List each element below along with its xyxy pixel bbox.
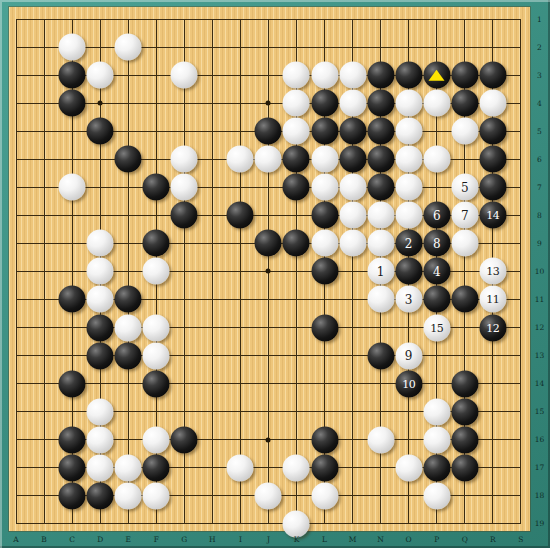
intersection-H12[interactable]: [198, 314, 226, 342]
intersection-R4[interactable]: [479, 89, 507, 117]
intersection-J9[interactable]: [254, 229, 282, 257]
intersection-P13[interactable]: [423, 342, 451, 370]
intersection-P8[interactable]: 6: [423, 201, 451, 229]
intersection-R5[interactable]: [479, 117, 507, 145]
intersection-M4[interactable]: [339, 89, 367, 117]
intersection-O7[interactable]: [395, 173, 423, 201]
intersection-O11[interactable]: 3: [395, 285, 423, 313]
intersection-M18[interactable]: [339, 482, 367, 510]
intersection-L4[interactable]: [311, 89, 339, 117]
intersection-M2[interactable]: [339, 33, 367, 61]
intersection-R14[interactable]: [479, 370, 507, 398]
intersection-F17[interactable]: [142, 454, 170, 482]
intersection-J7[interactable]: [254, 173, 282, 201]
intersection-J1[interactable]: [254, 5, 282, 33]
intersection-E12[interactable]: [114, 314, 142, 342]
intersection-P11[interactable]: [423, 285, 451, 313]
intersection-M3[interactable]: [339, 61, 367, 89]
intersection-E10[interactable]: [114, 257, 142, 285]
intersection-B1[interactable]: [30, 5, 58, 33]
intersection-L13[interactable]: [311, 342, 339, 370]
intersection-I19[interactable]: [226, 510, 254, 538]
intersection-H14[interactable]: [198, 370, 226, 398]
intersection-I12[interactable]: [226, 314, 254, 342]
intersection-M17[interactable]: [339, 454, 367, 482]
intersection-H19[interactable]: [198, 510, 226, 538]
intersection-M9[interactable]: [339, 229, 367, 257]
intersection-J8[interactable]: [254, 201, 282, 229]
intersection-K14[interactable]: [282, 370, 310, 398]
intersection-S6[interactable]: [507, 145, 535, 173]
intersection-R18[interactable]: [479, 482, 507, 510]
intersection-S18[interactable]: [507, 482, 535, 510]
intersection-P18[interactable]: [423, 482, 451, 510]
intersection-K15[interactable]: [282, 398, 310, 426]
intersection-M6[interactable]: [339, 145, 367, 173]
intersection-G7[interactable]: [170, 173, 198, 201]
intersection-C1[interactable]: [58, 5, 86, 33]
intersection-C15[interactable]: [58, 398, 86, 426]
intersection-F3[interactable]: [142, 61, 170, 89]
intersection-G17[interactable]: [170, 454, 198, 482]
intersection-E18[interactable]: [114, 482, 142, 510]
intersection-A3[interactable]: [2, 61, 30, 89]
intersection-N12[interactable]: [367, 314, 395, 342]
intersection-E19[interactable]: [114, 510, 142, 538]
intersection-K13[interactable]: [282, 342, 310, 370]
intersection-R19[interactable]: [479, 510, 507, 538]
intersection-F8[interactable]: [142, 201, 170, 229]
intersection-R13[interactable]: [479, 342, 507, 370]
intersection-H5[interactable]: [198, 117, 226, 145]
intersection-E7[interactable]: [114, 173, 142, 201]
intersection-R9[interactable]: [479, 229, 507, 257]
intersection-L11[interactable]: [311, 285, 339, 313]
intersection-C17[interactable]: [58, 454, 86, 482]
intersection-F19[interactable]: [142, 510, 170, 538]
intersection-O9[interactable]: 2: [395, 229, 423, 257]
intersection-I17[interactable]: [226, 454, 254, 482]
intersection-C2[interactable]: [58, 33, 86, 61]
intersection-S1[interactable]: [507, 5, 535, 33]
intersection-D8[interactable]: [86, 201, 114, 229]
intersection-Q9[interactable]: [451, 229, 479, 257]
intersection-B3[interactable]: [30, 61, 58, 89]
intersection-P10[interactable]: 4: [423, 257, 451, 285]
intersection-N13[interactable]: [367, 342, 395, 370]
intersection-D11[interactable]: [86, 285, 114, 313]
intersection-J11[interactable]: [254, 285, 282, 313]
intersection-E5[interactable]: [114, 117, 142, 145]
intersection-Q14[interactable]: [451, 370, 479, 398]
intersection-R3[interactable]: [479, 61, 507, 89]
intersection-J15[interactable]: [254, 398, 282, 426]
intersection-O10[interactable]: [395, 257, 423, 285]
intersection-O4[interactable]: [395, 89, 423, 117]
intersection-D15[interactable]: [86, 398, 114, 426]
intersection-J10[interactable]: [254, 257, 282, 285]
intersection-S2[interactable]: [507, 33, 535, 61]
intersection-D9[interactable]: [86, 229, 114, 257]
intersection-M16[interactable]: [339, 426, 367, 454]
intersection-Q4[interactable]: [451, 89, 479, 117]
intersection-Q13[interactable]: [451, 342, 479, 370]
intersection-C3[interactable]: [58, 61, 86, 89]
intersection-I15[interactable]: [226, 398, 254, 426]
intersection-Q18[interactable]: [451, 482, 479, 510]
intersection-M15[interactable]: [339, 398, 367, 426]
intersection-B17[interactable]: [30, 454, 58, 482]
intersection-O6[interactable]: [395, 145, 423, 173]
intersection-K18[interactable]: [282, 482, 310, 510]
intersection-L7[interactable]: [311, 173, 339, 201]
intersection-I2[interactable]: [226, 33, 254, 61]
intersection-P14[interactable]: [423, 370, 451, 398]
intersection-R12[interactable]: 12: [479, 314, 507, 342]
intersection-F10[interactable]: [142, 257, 170, 285]
intersection-A2[interactable]: [2, 33, 30, 61]
intersection-B19[interactable]: [30, 510, 58, 538]
intersection-Q16[interactable]: [451, 426, 479, 454]
intersection-H4[interactable]: [198, 89, 226, 117]
intersection-B10[interactable]: [30, 257, 58, 285]
intersection-R16[interactable]: [479, 426, 507, 454]
intersection-S10[interactable]: [507, 257, 535, 285]
intersection-D12[interactable]: [86, 314, 114, 342]
intersection-B11[interactable]: [30, 285, 58, 313]
intersection-H17[interactable]: [198, 454, 226, 482]
intersection-D7[interactable]: [86, 173, 114, 201]
intersection-F11[interactable]: [142, 285, 170, 313]
intersection-O14[interactable]: 10: [395, 370, 423, 398]
intersection-A8[interactable]: [2, 201, 30, 229]
intersection-C7[interactable]: [58, 173, 86, 201]
intersection-G4[interactable]: [170, 89, 198, 117]
intersection-P12[interactable]: 15: [423, 314, 451, 342]
intersection-K9[interactable]: [282, 229, 310, 257]
intersection-O2[interactable]: [395, 33, 423, 61]
intersection-G10[interactable]: [170, 257, 198, 285]
intersection-E9[interactable]: [114, 229, 142, 257]
intersection-K3[interactable]: [282, 61, 310, 89]
intersection-I6[interactable]: [226, 145, 254, 173]
intersection-L1[interactable]: [311, 5, 339, 33]
intersection-N19[interactable]: [367, 510, 395, 538]
intersection-J6[interactable]: [254, 145, 282, 173]
intersection-I16[interactable]: [226, 426, 254, 454]
intersection-F18[interactable]: [142, 482, 170, 510]
intersection-Q8[interactable]: 7: [451, 201, 479, 229]
intersection-J2[interactable]: [254, 33, 282, 61]
intersection-B9[interactable]: [30, 229, 58, 257]
intersection-A6[interactable]: [2, 145, 30, 173]
intersection-E11[interactable]: [114, 285, 142, 313]
intersection-D13[interactable]: [86, 342, 114, 370]
intersection-K5[interactable]: [282, 117, 310, 145]
intersection-N11[interactable]: [367, 285, 395, 313]
intersection-F6[interactable]: [142, 145, 170, 173]
intersection-L16[interactable]: [311, 426, 339, 454]
intersection-G5[interactable]: [170, 117, 198, 145]
intersection-A14[interactable]: [2, 370, 30, 398]
intersection-S3[interactable]: [507, 61, 535, 89]
intersection-K17[interactable]: [282, 454, 310, 482]
intersection-C4[interactable]: [58, 89, 86, 117]
intersection-N3[interactable]: [367, 61, 395, 89]
intersection-G6[interactable]: [170, 145, 198, 173]
intersection-R2[interactable]: [479, 33, 507, 61]
intersection-A9[interactable]: [2, 229, 30, 257]
intersection-D19[interactable]: [86, 510, 114, 538]
intersection-G16[interactable]: [170, 426, 198, 454]
intersection-N7[interactable]: [367, 173, 395, 201]
intersection-S19[interactable]: [507, 510, 535, 538]
intersection-A19[interactable]: [2, 510, 30, 538]
intersection-E1[interactable]: [114, 5, 142, 33]
intersection-M13[interactable]: [339, 342, 367, 370]
intersection-H15[interactable]: [198, 398, 226, 426]
intersection-H11[interactable]: [198, 285, 226, 313]
intersection-A10[interactable]: [2, 257, 30, 285]
intersection-J14[interactable]: [254, 370, 282, 398]
intersection-F4[interactable]: [142, 89, 170, 117]
intersection-R8[interactable]: 14: [479, 201, 507, 229]
intersection-L6[interactable]: [311, 145, 339, 173]
intersection-K6[interactable]: [282, 145, 310, 173]
intersection-R1[interactable]: [479, 5, 507, 33]
intersection-L10[interactable]: [311, 257, 339, 285]
intersection-E2[interactable]: [114, 33, 142, 61]
intersection-P5[interactable]: [423, 117, 451, 145]
intersection-D3[interactable]: [86, 61, 114, 89]
intersection-M5[interactable]: [339, 117, 367, 145]
intersection-S16[interactable]: [507, 426, 535, 454]
intersection-P15[interactable]: [423, 398, 451, 426]
intersection-N16[interactable]: [367, 426, 395, 454]
intersection-C10[interactable]: [58, 257, 86, 285]
intersection-S15[interactable]: [507, 398, 535, 426]
intersection-S13[interactable]: [507, 342, 535, 370]
intersection-N15[interactable]: [367, 398, 395, 426]
intersection-K7[interactable]: [282, 173, 310, 201]
intersection-Q10[interactable]: [451, 257, 479, 285]
intersection-L14[interactable]: [311, 370, 339, 398]
intersection-M1[interactable]: [339, 5, 367, 33]
intersection-D18[interactable]: [86, 482, 114, 510]
intersection-S8[interactable]: [507, 201, 535, 229]
intersection-D14[interactable]: [86, 370, 114, 398]
intersection-C6[interactable]: [58, 145, 86, 173]
intersection-S9[interactable]: [507, 229, 535, 257]
intersection-P9[interactable]: 8: [423, 229, 451, 257]
intersection-L12[interactable]: [311, 314, 339, 342]
intersection-C18[interactable]: [58, 482, 86, 510]
intersection-Q15[interactable]: [451, 398, 479, 426]
intersection-B8[interactable]: [30, 201, 58, 229]
intersection-N8[interactable]: [367, 201, 395, 229]
intersection-E3[interactable]: [114, 61, 142, 89]
intersection-A18[interactable]: [2, 482, 30, 510]
intersection-I14[interactable]: [226, 370, 254, 398]
intersection-N9[interactable]: [367, 229, 395, 257]
intersection-Q17[interactable]: [451, 454, 479, 482]
intersection-I9[interactable]: [226, 229, 254, 257]
intersection-M11[interactable]: [339, 285, 367, 313]
intersection-J19[interactable]: [254, 510, 282, 538]
intersection-S17[interactable]: [507, 454, 535, 482]
intersection-P7[interactable]: [423, 173, 451, 201]
intersection-L19[interactable]: [311, 510, 339, 538]
intersection-C11[interactable]: [58, 285, 86, 313]
intersection-M12[interactable]: [339, 314, 367, 342]
intersection-I1[interactable]: [226, 5, 254, 33]
intersection-H8[interactable]: [198, 201, 226, 229]
intersection-E8[interactable]: [114, 201, 142, 229]
intersection-H1[interactable]: [198, 5, 226, 33]
intersection-F7[interactable]: [142, 173, 170, 201]
intersection-G2[interactable]: [170, 33, 198, 61]
intersection-F2[interactable]: [142, 33, 170, 61]
intersection-D6[interactable]: [86, 145, 114, 173]
intersection-H3[interactable]: [198, 61, 226, 89]
intersection-C13[interactable]: [58, 342, 86, 370]
intersection-O15[interactable]: [395, 398, 423, 426]
intersection-F12[interactable]: [142, 314, 170, 342]
intersection-I10[interactable]: [226, 257, 254, 285]
intersection-B15[interactable]: [30, 398, 58, 426]
intersection-G1[interactable]: [170, 5, 198, 33]
intersection-A15[interactable]: [2, 398, 30, 426]
intersection-G3[interactable]: [170, 61, 198, 89]
intersection-R6[interactable]: [479, 145, 507, 173]
intersection-L8[interactable]: [311, 201, 339, 229]
intersection-P19[interactable]: [423, 510, 451, 538]
intersection-P3[interactable]: [423, 61, 451, 89]
intersection-A4[interactable]: [2, 89, 30, 117]
intersection-S14[interactable]: [507, 370, 535, 398]
intersection-R10[interactable]: 13: [479, 257, 507, 285]
intersection-K11[interactable]: [282, 285, 310, 313]
intersection-E6[interactable]: [114, 145, 142, 173]
intersection-I11[interactable]: [226, 285, 254, 313]
intersection-O1[interactable]: [395, 5, 423, 33]
intersection-N6[interactable]: [367, 145, 395, 173]
intersection-Q5[interactable]: [451, 117, 479, 145]
intersection-O8[interactable]: [395, 201, 423, 229]
intersection-C9[interactable]: [58, 229, 86, 257]
intersection-A13[interactable]: [2, 342, 30, 370]
intersection-O18[interactable]: [395, 482, 423, 510]
intersection-M19[interactable]: [339, 510, 367, 538]
intersection-Q6[interactable]: [451, 145, 479, 173]
intersection-O12[interactable]: [395, 314, 423, 342]
intersection-I3[interactable]: [226, 61, 254, 89]
intersection-G9[interactable]: [170, 229, 198, 257]
intersection-E17[interactable]: [114, 454, 142, 482]
intersection-K4[interactable]: [282, 89, 310, 117]
intersection-M14[interactable]: [339, 370, 367, 398]
intersection-K16[interactable]: [282, 426, 310, 454]
intersection-H7[interactable]: [198, 173, 226, 201]
intersection-K12[interactable]: [282, 314, 310, 342]
intersection-H2[interactable]: [198, 33, 226, 61]
intersection-H18[interactable]: [198, 482, 226, 510]
intersection-G19[interactable]: [170, 510, 198, 538]
intersection-B14[interactable]: [30, 370, 58, 398]
intersection-N1[interactable]: [367, 5, 395, 33]
intersection-M10[interactable]: [339, 257, 367, 285]
intersection-P1[interactable]: [423, 5, 451, 33]
intersection-H16[interactable]: [198, 426, 226, 454]
intersection-A16[interactable]: [2, 426, 30, 454]
intersection-G12[interactable]: [170, 314, 198, 342]
intersection-R17[interactable]: [479, 454, 507, 482]
intersection-E4[interactable]: [114, 89, 142, 117]
intersection-O16[interactable]: [395, 426, 423, 454]
intersection-D10[interactable]: [86, 257, 114, 285]
intersection-H6[interactable]: [198, 145, 226, 173]
intersection-K2[interactable]: [282, 33, 310, 61]
intersection-J17[interactable]: [254, 454, 282, 482]
intersection-I18[interactable]: [226, 482, 254, 510]
intersection-Q19[interactable]: [451, 510, 479, 538]
intersection-L15[interactable]: [311, 398, 339, 426]
intersection-S11[interactable]: [507, 285, 535, 313]
intersection-L17[interactable]: [311, 454, 339, 482]
intersection-L9[interactable]: [311, 229, 339, 257]
intersection-Q3[interactable]: [451, 61, 479, 89]
intersection-O17[interactable]: [395, 454, 423, 482]
intersection-L2[interactable]: [311, 33, 339, 61]
intersection-I8[interactable]: [226, 201, 254, 229]
intersection-B12[interactable]: [30, 314, 58, 342]
intersection-F1[interactable]: [142, 5, 170, 33]
intersection-Q1[interactable]: [451, 5, 479, 33]
intersection-B4[interactable]: [30, 89, 58, 117]
intersection-Q7[interactable]: 5: [451, 173, 479, 201]
intersection-P4[interactable]: [423, 89, 451, 117]
intersection-S4[interactable]: [507, 89, 535, 117]
intersection-K10[interactable]: [282, 257, 310, 285]
intersection-E13[interactable]: [114, 342, 142, 370]
intersection-J12[interactable]: [254, 314, 282, 342]
intersection-C19[interactable]: [58, 510, 86, 538]
intersection-I13[interactable]: [226, 342, 254, 370]
intersection-K8[interactable]: [282, 201, 310, 229]
intersection-G11[interactable]: [170, 285, 198, 313]
intersection-E16[interactable]: [114, 426, 142, 454]
intersection-C14[interactable]: [58, 370, 86, 398]
intersection-A17[interactable]: [2, 454, 30, 482]
intersection-H13[interactable]: [198, 342, 226, 370]
intersection-F9[interactable]: [142, 229, 170, 257]
intersection-C5[interactable]: [58, 117, 86, 145]
intersection-C8[interactable]: [58, 201, 86, 229]
intersection-F13[interactable]: [142, 342, 170, 370]
intersection-S5[interactable]: [507, 117, 535, 145]
intersection-A7[interactable]: [2, 173, 30, 201]
intersection-N18[interactable]: [367, 482, 395, 510]
intersection-B13[interactable]: [30, 342, 58, 370]
intersection-F14[interactable]: [142, 370, 170, 398]
intersection-H10[interactable]: [198, 257, 226, 285]
intersection-J5[interactable]: [254, 117, 282, 145]
intersection-O19[interactable]: [395, 510, 423, 538]
intersection-B6[interactable]: [30, 145, 58, 173]
intersection-M8[interactable]: [339, 201, 367, 229]
intersection-I5[interactable]: [226, 117, 254, 145]
intersection-F15[interactable]: [142, 398, 170, 426]
